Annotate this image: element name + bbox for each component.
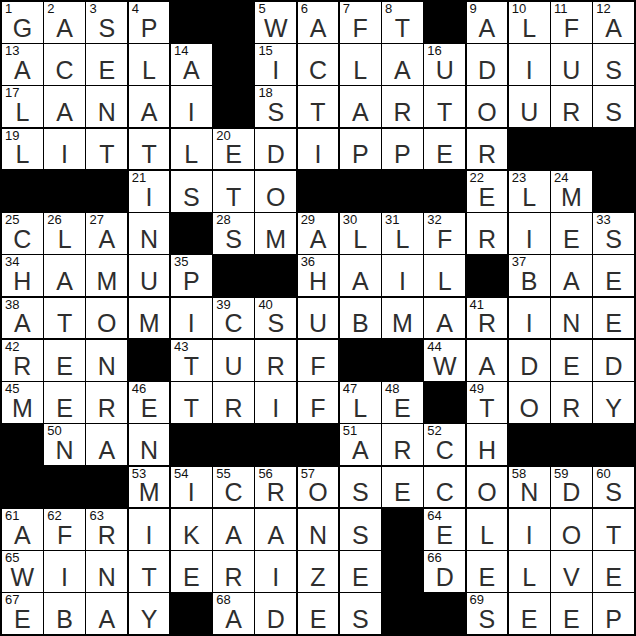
cell-r11c3[interactable]: A — [86, 424, 127, 465]
cell-r8c10[interactable]: M — [382, 298, 423, 339]
cell-letter: O — [298, 480, 339, 505]
cell-r6c11[interactable]: 32F — [424, 213, 465, 254]
cell-r8c14[interactable]: N — [551, 298, 592, 339]
cell-letter: L — [509, 16, 550, 41]
cell-r6c9[interactable]: 30L — [340, 213, 381, 254]
cell-r6c13[interactable]: I — [509, 213, 550, 254]
cell-letter: A — [171, 58, 212, 83]
cell-letter: A — [340, 438, 381, 463]
cell-letter: K — [171, 523, 212, 548]
cell-letter: D — [255, 142, 296, 167]
cell-r12c5[interactable]: 54I — [171, 467, 212, 508]
cell-r6c2[interactable]: 26L — [44, 213, 85, 254]
cell-r8c3[interactable]: O — [86, 298, 127, 339]
black-cell-r11c15 — [593, 424, 634, 465]
cell-letter: A — [593, 16, 634, 41]
cell-letter: I — [509, 523, 550, 548]
cell-r13c15[interactable]: T — [593, 509, 634, 550]
cell-letter: R — [551, 100, 592, 125]
cell-r2c12[interactable]: D — [467, 44, 508, 85]
cell-r1c8[interactable]: 6A — [298, 2, 339, 43]
cell-letter: S — [255, 311, 296, 336]
cell-letter: M — [129, 480, 170, 505]
cell-letter: L — [509, 185, 550, 210]
cell-r11c4[interactable]: N — [129, 424, 170, 465]
cell-r9c13[interactable]: D — [509, 340, 550, 381]
clue-number: 15 — [258, 44, 272, 59]
cell-r8c2[interactable]: T — [44, 298, 85, 339]
cell-r9c7[interactable]: R — [255, 340, 296, 381]
clue-number: 2 — [47, 2, 54, 17]
cell-r12c9[interactable]: S — [340, 467, 381, 508]
cell-letter: L — [467, 523, 508, 548]
cell-r6c1[interactable]: 25C — [2, 213, 43, 254]
cell-r4c1[interactable]: 19L — [2, 129, 43, 170]
cell-letter: E — [467, 185, 508, 210]
cell-letter: A — [298, 16, 339, 41]
cell-r10c2[interactable]: E — [44, 382, 85, 423]
cell-r9c14[interactable]: E — [551, 340, 592, 381]
cell-r5c5[interactable]: S — [171, 171, 212, 212]
cell-r12c4[interactable]: 53M — [129, 467, 170, 508]
cell-letter: E — [298, 607, 339, 632]
cell-r10c12[interactable]: 49T — [467, 382, 508, 423]
cell-letter: U — [509, 100, 550, 125]
cell-letter: T — [129, 142, 170, 167]
cell-letter: T — [424, 100, 465, 125]
cell-r5c13[interactable]: 23L — [509, 171, 550, 212]
cell-r13c4[interactable]: I — [129, 509, 170, 550]
cell-r3c15[interactable]: S — [593, 86, 634, 127]
cell-r12c11[interactable]: C — [424, 467, 465, 508]
cell-r8c6[interactable]: 39C — [213, 298, 254, 339]
cell-letter: V — [551, 565, 592, 590]
cell-r7c9[interactable]: A — [340, 255, 381, 296]
cell-r2c2[interactable]: C — [44, 44, 85, 85]
cell-r2c9[interactable]: L — [340, 44, 381, 85]
cell-letter: P — [593, 607, 634, 632]
cell-r2c4[interactable]: L — [129, 44, 170, 85]
black-cell-r15c5 — [171, 593, 212, 634]
cell-r15c1[interactable]: 67E — [2, 593, 43, 634]
cell-letter: T — [467, 396, 508, 421]
cell-r10c10[interactable]: 48E — [382, 382, 423, 423]
cell-letter: N — [509, 480, 550, 505]
cell-letter: I — [44, 565, 85, 590]
black-cell-r9c10 — [382, 340, 423, 381]
cell-r6c15[interactable]: 33S — [593, 213, 634, 254]
cell-r10c6[interactable]: R — [213, 382, 254, 423]
cell-r14c4[interactable]: T — [129, 551, 170, 592]
cell-letter: M — [382, 311, 423, 336]
cell-r13c7[interactable]: A — [255, 509, 296, 550]
cell-r7c14[interactable]: A — [551, 255, 592, 296]
cell-r4c12[interactable]: R — [467, 129, 508, 170]
cell-r4c9[interactable]: P — [340, 129, 381, 170]
cell-r1c10[interactable]: 8T — [382, 2, 423, 43]
cell-r14c6[interactable]: R — [213, 551, 254, 592]
cell-r15c9[interactable]: S — [340, 593, 381, 634]
cell-letter: I — [509, 227, 550, 252]
cell-r13c14[interactable]: O — [551, 509, 592, 550]
cell-letter: A — [2, 523, 43, 548]
cell-r15c14[interactable]: E — [551, 593, 592, 634]
cell-r5c14[interactable]: 24M — [551, 171, 592, 212]
cell-letter: A — [213, 523, 254, 548]
cell-letter: E — [213, 142, 254, 167]
cell-r9c11[interactable]: 44W — [424, 340, 465, 381]
cell-r10c9[interactable]: 47L — [340, 382, 381, 423]
cell-letter: D — [509, 354, 550, 379]
cell-letter: U — [213, 354, 254, 379]
cell-r6c12[interactable]: R — [467, 213, 508, 254]
cell-r4c4[interactable]: T — [129, 129, 170, 170]
cell-r6c6[interactable]: 28S — [213, 213, 254, 254]
cell-r6c4[interactable]: N — [129, 213, 170, 254]
cell-r1c7[interactable]: 5W — [255, 2, 296, 43]
cell-r11c12[interactable]: H — [467, 424, 508, 465]
cell-r13c13[interactable]: I — [509, 509, 550, 550]
cell-r10c13[interactable]: O — [509, 382, 550, 423]
cell-r2c11[interactable]: 16U — [424, 44, 465, 85]
cell-r6c10[interactable]: 31L — [382, 213, 423, 254]
cell-letter: C — [2, 227, 43, 252]
cell-letter: A — [129, 100, 170, 125]
cell-r15c15[interactable]: P — [593, 593, 634, 634]
cell-r13c3[interactable]: 63R — [86, 509, 127, 550]
cell-letter: E — [171, 565, 212, 590]
cell-r1c14[interactable]: 11F — [551, 2, 592, 43]
cell-letter: C — [213, 480, 254, 505]
cell-r15c13[interactable]: E — [509, 593, 550, 634]
cell-letter: A — [255, 523, 296, 548]
cell-r3c5[interactable]: I — [171, 86, 212, 127]
cell-r12c7[interactable]: 56R — [255, 467, 296, 508]
cell-r13c6[interactable]: A — [213, 509, 254, 550]
black-cell-r11c5 — [171, 424, 212, 465]
cell-r14c3[interactable]: N — [86, 551, 127, 592]
cell-r2c14[interactable]: U — [551, 44, 592, 85]
cell-r11c9[interactable]: 51A — [340, 424, 381, 465]
black-cell-r9c9 — [340, 340, 381, 381]
cell-r8c8[interactable]: U — [298, 298, 339, 339]
black-cell-r12c1 — [2, 467, 43, 508]
cell-letter: L — [340, 58, 381, 83]
cell-r10c15[interactable]: Y — [593, 382, 634, 423]
cell-r8c9[interactable]: B — [340, 298, 381, 339]
cell-r9c8[interactable]: F — [298, 340, 339, 381]
cell-r12c14[interactable]: 59D — [551, 467, 592, 508]
cell-r13c11[interactable]: 64E — [424, 509, 465, 550]
cell-letter: Y — [129, 607, 170, 632]
cell-r3c9[interactable]: A — [340, 86, 381, 127]
cell-r2c8[interactable]: C — [298, 44, 339, 85]
cell-letter: W — [255, 16, 296, 41]
cell-r1c15[interactable]: 12A — [593, 2, 634, 43]
cell-letter: N — [86, 354, 127, 379]
cell-letter: S — [593, 480, 634, 505]
cell-r8c12[interactable]: 41R — [467, 298, 508, 339]
cell-r14c2[interactable]: I — [44, 551, 85, 592]
cell-r8c7[interactable]: 40S — [255, 298, 296, 339]
cell-r14c14[interactable]: V — [551, 551, 592, 592]
cell-r7c11[interactable]: L — [424, 255, 465, 296]
cell-letter: S — [340, 480, 381, 505]
cell-r8c13[interactable]: I — [509, 298, 550, 339]
cell-letter: R — [255, 354, 296, 379]
cell-r11c2[interactable]: 50N — [44, 424, 85, 465]
cell-r6c8[interactable]: 29A — [298, 213, 339, 254]
cell-letter: M — [2, 396, 43, 421]
cell-r3c13[interactable]: U — [509, 86, 550, 127]
cell-letter: F — [44, 523, 85, 548]
cell-letter: A — [86, 607, 127, 632]
cell-letter: C — [213, 311, 254, 336]
cell-r9c3[interactable]: N — [86, 340, 127, 381]
cell-r2c7[interactable]: 15I — [255, 44, 296, 85]
cell-r4c3[interactable]: T — [86, 129, 127, 170]
cell-r3c12[interactable]: O — [467, 86, 508, 127]
cell-r3c14[interactable]: R — [551, 86, 592, 127]
cell-r9c12[interactable]: A — [467, 340, 508, 381]
cell-r1c13[interactable]: 10L — [509, 2, 550, 43]
cell-r4c7[interactable]: D — [255, 129, 296, 170]
cell-r2c1[interactable]: 13A — [2, 44, 43, 85]
cell-letter: I — [255, 565, 296, 590]
cell-r10c3[interactable]: R — [86, 382, 127, 423]
cell-r3c7[interactable]: 18S — [255, 86, 296, 127]
cell-r14c1[interactable]: 65W — [2, 551, 43, 592]
cell-letter: M — [86, 269, 127, 294]
cell-r4c10[interactable]: P — [382, 129, 423, 170]
cell-r6c14[interactable]: E — [551, 213, 592, 254]
cell-letter: O — [86, 311, 127, 336]
cell-r3c2[interactable]: A — [44, 86, 85, 127]
cell-r14c5[interactable]: E — [171, 551, 212, 592]
cell-r7c8[interactable]: 36H — [298, 255, 339, 296]
cell-r9c1[interactable]: 42R — [2, 340, 43, 381]
cell-r2c5[interactable]: 14A — [171, 44, 212, 85]
cell-letter: U — [551, 58, 592, 83]
black-cell-r5c3 — [86, 171, 127, 212]
cell-r13c2[interactable]: 62F — [44, 509, 85, 550]
cell-r1c2[interactable]: 2A — [44, 2, 85, 43]
cell-letter: E — [382, 480, 423, 505]
cell-r2c3[interactable]: E — [86, 44, 127, 85]
cell-r8c1[interactable]: 38A — [2, 298, 43, 339]
cell-r10c5[interactable]: T — [171, 382, 212, 423]
cell-r15c3[interactable]: A — [86, 593, 127, 634]
black-cell-r1c11 — [424, 2, 465, 43]
cell-r5c7[interactable]: O — [255, 171, 296, 212]
cell-r13c8[interactable]: N — [298, 509, 339, 550]
cell-letter: I — [509, 311, 550, 336]
cell-r10c4[interactable]: 46E — [129, 382, 170, 423]
crossword-grid: 1G2A3S4P5W6A7F8T9A10L11F12A13ACEL14A15IC… — [0, 0, 636, 636]
cell-r14c15[interactable]: E — [593, 551, 634, 592]
cell-r11c10[interactable]: R — [382, 424, 423, 465]
clue-number: 7 — [343, 2, 350, 17]
cell-r4c2[interactable]: I — [44, 129, 85, 170]
cell-letter: H — [298, 269, 339, 294]
cell-r3c4[interactable]: A — [129, 86, 170, 127]
cell-r7c10[interactable]: I — [382, 255, 423, 296]
black-cell-r7c6 — [213, 255, 254, 296]
cell-letter: A — [340, 100, 381, 125]
cell-r2c13[interactable]: I — [509, 44, 550, 85]
black-cell-r1c6 — [213, 2, 254, 43]
cell-letter: R — [551, 396, 592, 421]
cell-letter: L — [509, 565, 550, 590]
cell-letter: T — [213, 185, 254, 210]
cell-r13c1[interactable]: 61A — [2, 509, 43, 550]
cell-r3c11[interactable]: T — [424, 86, 465, 127]
cell-r15c2[interactable]: B — [44, 593, 85, 634]
cell-letter: S — [255, 100, 296, 125]
black-cell-r6c5 — [171, 213, 212, 254]
cell-letter: R — [382, 100, 423, 125]
cell-r3c3[interactable]: N — [86, 86, 127, 127]
cell-r12c10[interactable]: E — [382, 467, 423, 508]
cell-letter: S — [171, 185, 212, 210]
cell-letter: M — [129, 311, 170, 336]
cell-r2c10[interactable]: A — [382, 44, 423, 85]
clue-number: 1 — [5, 2, 12, 17]
cell-r14c13[interactable]: L — [509, 551, 550, 592]
cell-letter: E — [2, 607, 43, 632]
cell-r3c1[interactable]: 17L — [2, 86, 43, 127]
cell-r9c6[interactable]: U — [213, 340, 254, 381]
cell-r8c5[interactable]: I — [171, 298, 212, 339]
cell-r5c6[interactable]: T — [213, 171, 254, 212]
cell-r9c15[interactable]: D — [593, 340, 634, 381]
cell-letter: E — [129, 396, 170, 421]
cell-r12c13[interactable]: 58N — [509, 467, 550, 508]
black-cell-r5c10 — [382, 171, 423, 212]
cell-r9c2[interactable]: E — [44, 340, 85, 381]
cell-r6c3[interactable]: 27A — [86, 213, 127, 254]
cell-letter: E — [593, 269, 634, 294]
cell-r10c8[interactable]: F — [298, 382, 339, 423]
cell-r1c1[interactable]: 1G — [2, 2, 43, 43]
cell-r14c9[interactable]: E — [340, 551, 381, 592]
cell-r7c3[interactable]: M — [86, 255, 127, 296]
cell-r5c4[interactable]: 21I — [129, 171, 170, 212]
cell-r15c4[interactable]: Y — [129, 593, 170, 634]
cell-letter: S — [340, 523, 381, 548]
cell-letter: P — [340, 142, 381, 167]
cell-letter: T — [593, 523, 634, 548]
cell-r2c15[interactable]: S — [593, 44, 634, 85]
cell-letter: E — [86, 58, 127, 83]
cell-r9c5[interactable]: 43T — [171, 340, 212, 381]
black-cell-r11c14 — [551, 424, 592, 465]
cell-r5c12[interactable]: 22E — [467, 171, 508, 212]
cell-letter: D — [551, 480, 592, 505]
cell-r4c6[interactable]: 20E — [213, 129, 254, 170]
cell-r7c5[interactable]: 35P — [171, 255, 212, 296]
cell-r13c9[interactable]: S — [340, 509, 381, 550]
cell-r13c12[interactable]: L — [467, 509, 508, 550]
cell-letter: L — [340, 396, 381, 421]
cell-r7c13[interactable]: 37B — [509, 255, 550, 296]
cell-r10c14[interactable]: R — [551, 382, 592, 423]
cell-letter: C — [424, 480, 465, 505]
cell-r15c6[interactable]: 68A — [213, 593, 254, 634]
cell-r12c15[interactable]: 60S — [593, 467, 634, 508]
cell-letter: E — [593, 311, 634, 336]
cell-letter: I — [129, 523, 170, 548]
cell-r3c8[interactable]: T — [298, 86, 339, 127]
cell-letter: R — [467, 142, 508, 167]
cell-r15c8[interactable]: E — [298, 593, 339, 634]
cell-r3c10[interactable]: R — [382, 86, 423, 127]
cell-r1c9[interactable]: 7F — [340, 2, 381, 43]
black-cell-r11c7 — [255, 424, 296, 465]
cell-r8c15[interactable]: E — [593, 298, 634, 339]
cell-r12c6[interactable]: 55C — [213, 467, 254, 508]
cell-letter: R — [213, 565, 254, 590]
cell-r7c1[interactable]: 34H — [2, 255, 43, 296]
cell-r10c7[interactable]: I — [255, 382, 296, 423]
cell-r4c5[interactable]: L — [171, 129, 212, 170]
cell-r8c11[interactable]: A — [424, 298, 465, 339]
cell-r6c7[interactable]: M — [255, 213, 296, 254]
cell-r10c1[interactable]: 45M — [2, 382, 43, 423]
cell-letter: P — [129, 16, 170, 41]
cell-letter: A — [86, 227, 127, 252]
black-cell-r4c13 — [509, 129, 550, 170]
cell-r1c4[interactable]: 4P — [129, 2, 170, 43]
cell-letter: L — [424, 269, 465, 294]
cell-r4c11[interactable]: E — [424, 129, 465, 170]
cell-letter: W — [424, 354, 465, 379]
cell-letter: R — [467, 227, 508, 252]
cell-r1c12[interactable]: 9A — [467, 2, 508, 43]
cell-r14c12[interactable]: E — [467, 551, 508, 592]
cell-letter: R — [213, 396, 254, 421]
cell-r12c8[interactable]: 57O — [298, 467, 339, 508]
cell-r7c2[interactable]: A — [44, 255, 85, 296]
cell-r14c11[interactable]: 66D — [424, 551, 465, 592]
cell-r7c4[interactable]: U — [129, 255, 170, 296]
cell-r13c5[interactable]: K — [171, 509, 212, 550]
black-cell-r11c1 — [2, 424, 43, 465]
cell-r14c8[interactable]: Z — [298, 551, 339, 592]
cell-letter: T — [44, 311, 85, 336]
cell-r14c7[interactable]: I — [255, 551, 296, 592]
black-cell-r2c6 — [213, 44, 254, 85]
cell-r1c3[interactable]: 3S — [86, 2, 127, 43]
cell-letter: L — [2, 142, 43, 167]
cell-r11c11[interactable]: 52C — [424, 424, 465, 465]
black-cell-r15c11 — [424, 593, 465, 634]
cell-r8c4[interactable]: M — [129, 298, 170, 339]
cell-letter: A — [44, 16, 85, 41]
cell-letter: O — [467, 100, 508, 125]
cell-r15c7[interactable]: D — [255, 593, 296, 634]
cell-letter: F — [551, 16, 592, 41]
black-cell-r11c8 — [298, 424, 339, 465]
cell-r4c8[interactable]: I — [298, 129, 339, 170]
cell-letter: P — [171, 269, 212, 294]
cell-letter: A — [44, 269, 85, 294]
black-cell-r5c8 — [298, 171, 339, 212]
cell-r7c15[interactable]: E — [593, 255, 634, 296]
cell-letter: C — [424, 438, 465, 463]
cell-r12c12[interactable]: O — [467, 467, 508, 508]
cell-r15c12[interactable]: 69S — [467, 593, 508, 634]
